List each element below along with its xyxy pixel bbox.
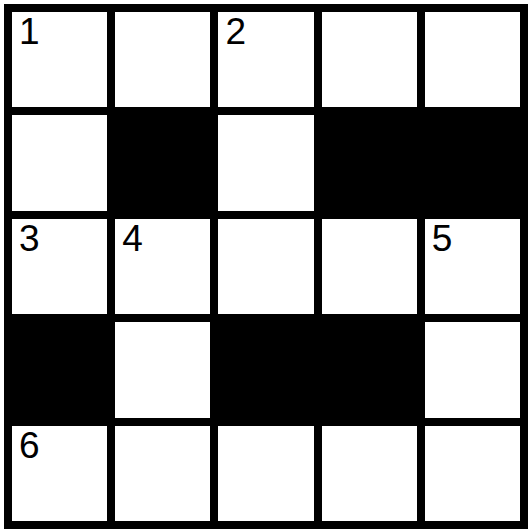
clue-number: 1 <box>19 12 40 53</box>
cell-r3c1[interactable]: 3 <box>12 219 107 314</box>
cell-r3c2[interactable]: 4 <box>115 219 210 314</box>
cell-r4c1 <box>12 322 107 417</box>
cell-r1c3[interactable]: 2 <box>218 12 313 107</box>
crossword-board: 123456 <box>4 4 528 529</box>
cell-r2c3[interactable] <box>218 115 313 210</box>
cell-r3c5[interactable]: 5 <box>425 219 520 314</box>
cell-r4c4 <box>322 322 417 417</box>
cell-r4c2[interactable] <box>115 322 210 417</box>
cell-r1c1[interactable]: 1 <box>12 12 107 107</box>
clue-number: 3 <box>19 219 40 260</box>
cell-r2c4 <box>322 115 417 210</box>
cell-r5c2[interactable] <box>115 426 210 521</box>
cell-r1c4[interactable] <box>322 12 417 107</box>
cell-r5c4[interactable] <box>322 426 417 521</box>
cell-r2c5 <box>425 115 520 210</box>
cell-r5c1[interactable]: 6 <box>12 426 107 521</box>
cell-r3c4[interactable] <box>322 219 417 314</box>
cell-r5c5[interactable] <box>425 426 520 521</box>
cell-r1c2[interactable] <box>115 12 210 107</box>
clue-number: 2 <box>225 12 246 53</box>
cell-r3c3[interactable] <box>218 219 313 314</box>
cell-r2c2 <box>115 115 210 210</box>
cell-r4c5[interactable] <box>425 322 520 417</box>
cell-r5c3[interactable] <box>218 426 313 521</box>
clue-number: 4 <box>122 219 143 260</box>
cell-r4c3 <box>218 322 313 417</box>
clue-number: 5 <box>432 219 453 260</box>
cell-r1c5[interactable] <box>425 12 520 107</box>
clue-number: 6 <box>19 426 40 467</box>
cell-r2c1[interactable] <box>12 115 107 210</box>
